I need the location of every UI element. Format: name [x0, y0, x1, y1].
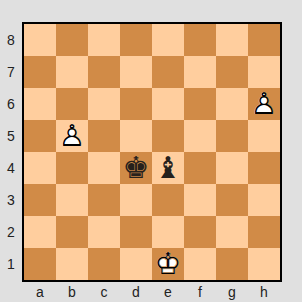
file-label-c: c: [88, 281, 120, 302]
square-g7[interactable]: [216, 56, 248, 88]
square-g5[interactable]: [216, 120, 248, 152]
rank-label-3: 3: [0, 184, 22, 216]
square-f8[interactable]: [184, 24, 216, 56]
square-g8[interactable]: [216, 24, 248, 56]
square-e7[interactable]: [152, 56, 184, 88]
square-f1[interactable]: [184, 248, 216, 280]
square-b2[interactable]: [56, 216, 88, 248]
square-f4[interactable]: [184, 152, 216, 184]
square-d8[interactable]: [120, 24, 152, 56]
square-e4[interactable]: ♝: [152, 152, 184, 184]
square-a3[interactable]: [24, 184, 56, 216]
square-c8[interactable]: [88, 24, 120, 56]
square-d7[interactable]: [120, 56, 152, 88]
white-king[interactable]: ♚♔: [152, 248, 184, 280]
square-a7[interactable]: [24, 56, 56, 88]
chess-app-window: 87654321 ♟♙♟♙♚♝♚♔ abcdefgh: [0, 0, 302, 302]
black-bishop[interactable]: ♝: [152, 152, 184, 184]
file-label-d: d: [120, 281, 152, 302]
square-e1[interactable]: ♚♔: [152, 248, 184, 280]
square-e3[interactable]: [152, 184, 184, 216]
square-d1[interactable]: [120, 248, 152, 280]
chess-board[interactable]: ♟♙♟♙♚♝♚♔: [22, 22, 282, 282]
square-g2[interactable]: [216, 216, 248, 248]
square-f2[interactable]: [184, 216, 216, 248]
square-e5[interactable]: [152, 120, 184, 152]
file-label-g: g: [216, 281, 248, 302]
square-d6[interactable]: [120, 88, 152, 120]
file-labels: abcdefgh: [24, 281, 280, 302]
square-h5[interactable]: [248, 120, 280, 152]
square-g4[interactable]: [216, 152, 248, 184]
rank-labels: 87654321: [0, 24, 22, 280]
square-a6[interactable]: [24, 88, 56, 120]
square-a1[interactable]: [24, 248, 56, 280]
square-h1[interactable]: [248, 248, 280, 280]
white-pawn[interactable]: ♟♙: [248, 88, 280, 120]
square-c3[interactable]: [88, 184, 120, 216]
square-d5[interactable]: [120, 120, 152, 152]
square-b5[interactable]: ♟♙: [56, 120, 88, 152]
square-g1[interactable]: [216, 248, 248, 280]
square-h7[interactable]: [248, 56, 280, 88]
square-f5[interactable]: [184, 120, 216, 152]
square-b7[interactable]: [56, 56, 88, 88]
rank-label-5: 5: [0, 120, 22, 152]
white-pawn[interactable]: ♟♙: [56, 120, 88, 152]
square-c4[interactable]: [88, 152, 120, 184]
file-label-h: h: [248, 281, 280, 302]
rank-label-6: 6: [0, 88, 22, 120]
square-f3[interactable]: [184, 184, 216, 216]
white-pawn-outline-glyph: ♙: [56, 120, 88, 152]
square-b8[interactable]: [56, 24, 88, 56]
file-label-a: a: [24, 281, 56, 302]
white-pawn-outline-glyph: ♙: [248, 88, 280, 120]
square-g3[interactable]: [216, 184, 248, 216]
square-e6[interactable]: [152, 88, 184, 120]
square-b6[interactable]: [56, 88, 88, 120]
square-h8[interactable]: [248, 24, 280, 56]
square-d2[interactable]: [120, 216, 152, 248]
square-a2[interactable]: [24, 216, 56, 248]
square-e8[interactable]: [152, 24, 184, 56]
square-c5[interactable]: [88, 120, 120, 152]
square-h6[interactable]: ♟♙: [248, 88, 280, 120]
square-b3[interactable]: [56, 184, 88, 216]
file-label-b: b: [56, 281, 88, 302]
file-label-e: e: [152, 281, 184, 302]
square-a4[interactable]: [24, 152, 56, 184]
square-d4[interactable]: ♚: [120, 152, 152, 184]
square-f7[interactable]: [184, 56, 216, 88]
rank-label-4: 4: [0, 152, 22, 184]
file-label-f: f: [184, 281, 216, 302]
black-king[interactable]: ♚: [120, 152, 152, 184]
square-g6[interactable]: [216, 88, 248, 120]
square-a8[interactable]: [24, 24, 56, 56]
square-b4[interactable]: [56, 152, 88, 184]
square-a5[interactable]: [24, 120, 56, 152]
black-bishop-glyph: ♝: [152, 152, 184, 184]
square-b1[interactable]: [56, 248, 88, 280]
black-king-glyph: ♚: [120, 152, 152, 184]
square-c6[interactable]: [88, 88, 120, 120]
rank-label-1: 1: [0, 248, 22, 280]
square-c2[interactable]: [88, 216, 120, 248]
square-e2[interactable]: [152, 216, 184, 248]
rank-label-8: 8: [0, 24, 22, 56]
white-king-outline-glyph: ♔: [152, 248, 184, 280]
square-d3[interactable]: [120, 184, 152, 216]
square-c7[interactable]: [88, 56, 120, 88]
square-h3[interactable]: [248, 184, 280, 216]
square-h4[interactable]: [248, 152, 280, 184]
rank-label-2: 2: [0, 216, 22, 248]
square-c1[interactable]: [88, 248, 120, 280]
square-f6[interactable]: [184, 88, 216, 120]
square-h2[interactable]: [248, 216, 280, 248]
rank-label-7: 7: [0, 56, 22, 88]
